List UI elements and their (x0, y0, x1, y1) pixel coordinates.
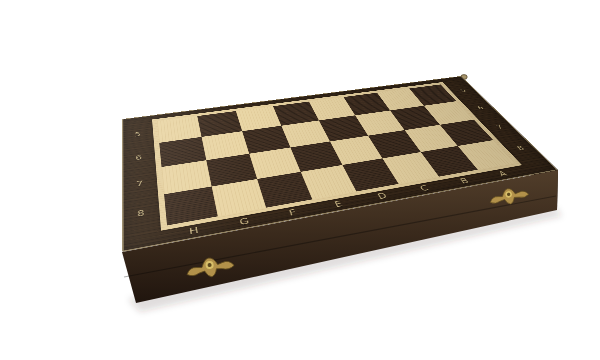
rank-label-left-6: 6 (122, 152, 155, 164)
rank-label-left-7: 7 (122, 177, 157, 190)
rank-label-left-8: 8 (122, 206, 160, 221)
chess-box-photo: 56785678HGFEDCBA (0, 0, 600, 360)
rank-label-right-5: 5 (450, 87, 477, 95)
rank-label-right-6: 6 (466, 104, 494, 112)
rank-label-right-7: 7 (485, 122, 515, 131)
rank-label-right-8: 8 (505, 143, 536, 153)
rank-label-left-5: 5 (122, 130, 153, 140)
square-h8 (164, 186, 218, 225)
